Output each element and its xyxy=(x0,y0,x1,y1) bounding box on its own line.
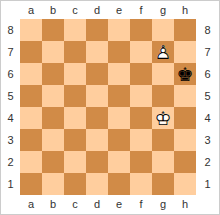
square-e5 xyxy=(108,85,130,107)
corner-top-right xyxy=(196,1,219,19)
chess-board: abcdefgh887♟♙76♚6554♚♔4332211abcdefgh xyxy=(1,1,219,214)
corner-bottom-right xyxy=(196,195,219,214)
square-f4 xyxy=(130,107,152,129)
square-d8 xyxy=(86,19,108,41)
square-b8 xyxy=(42,19,64,41)
file-label-top-c: c xyxy=(64,1,86,19)
file-label-bottom-c: c xyxy=(64,195,86,214)
square-d5 xyxy=(86,85,108,107)
file-label-top-a: a xyxy=(20,1,42,19)
file-label-top-h: h xyxy=(174,1,196,19)
white-pawn: ♟♙ xyxy=(152,41,174,63)
square-d1 xyxy=(86,173,108,195)
file-label-top-e: e xyxy=(108,1,130,19)
square-d4 xyxy=(86,107,108,129)
corner-bottom-left xyxy=(1,195,20,214)
square-f1 xyxy=(130,173,152,195)
square-g6 xyxy=(152,63,174,85)
square-g7: ♟♙ xyxy=(152,41,174,63)
square-d6 xyxy=(86,63,108,85)
file-label-bottom-b: b xyxy=(42,195,64,214)
square-e8 xyxy=(108,19,130,41)
rank-label-right-1: 1 xyxy=(196,173,219,195)
square-b6 xyxy=(42,63,64,85)
rank-label-left-4: 4 xyxy=(1,107,20,129)
white-king: ♚♔ xyxy=(152,107,174,129)
square-f7 xyxy=(130,41,152,63)
square-e6 xyxy=(108,63,130,85)
square-c3 xyxy=(64,129,86,151)
square-h3 xyxy=(174,129,196,151)
file-label-bottom-f: f xyxy=(130,195,152,214)
chess-diagram: abcdefgh887♟♙76♚6554♚♔4332211abcdefgh xyxy=(0,0,220,215)
square-d7 xyxy=(86,41,108,63)
rank-label-left-3: 3 xyxy=(1,129,20,151)
square-b2 xyxy=(42,151,64,173)
square-h6: ♚ xyxy=(174,63,196,85)
square-c8 xyxy=(64,19,86,41)
square-b3 xyxy=(42,129,64,151)
square-b1 xyxy=(42,173,64,195)
file-label-bottom-a: a xyxy=(20,195,42,214)
file-label-bottom-e: e xyxy=(108,195,130,214)
square-d3 xyxy=(86,129,108,151)
square-a8 xyxy=(20,19,42,41)
square-e1 xyxy=(108,173,130,195)
rank-label-right-2: 2 xyxy=(196,151,219,173)
square-g1 xyxy=(152,173,174,195)
square-a7 xyxy=(20,41,42,63)
rank-label-right-6: 6 xyxy=(196,63,219,85)
square-e3 xyxy=(108,129,130,151)
rank-label-left-8: 8 xyxy=(1,19,20,41)
rank-label-left-1: 1 xyxy=(1,173,20,195)
file-label-top-f: f xyxy=(130,1,152,19)
rank-label-left-2: 2 xyxy=(1,151,20,173)
square-a6 xyxy=(20,63,42,85)
square-c6 xyxy=(64,63,86,85)
square-f5 xyxy=(130,85,152,107)
square-c4 xyxy=(64,107,86,129)
rank-label-right-5: 5 xyxy=(196,85,219,107)
rank-label-left-6: 6 xyxy=(1,63,20,85)
square-g2 xyxy=(152,151,174,173)
square-a2 xyxy=(20,151,42,173)
square-c1 xyxy=(64,173,86,195)
square-h5 xyxy=(174,85,196,107)
square-c5 xyxy=(64,85,86,107)
square-a1 xyxy=(20,173,42,195)
square-h2 xyxy=(174,151,196,173)
square-a4 xyxy=(20,107,42,129)
file-label-top-d: d xyxy=(86,1,108,19)
square-h4 xyxy=(174,107,196,129)
square-a5 xyxy=(20,85,42,107)
rank-label-right-4: 4 xyxy=(196,107,219,129)
square-d2 xyxy=(86,151,108,173)
square-h8 xyxy=(174,19,196,41)
file-label-bottom-g: g xyxy=(152,195,174,214)
square-e2 xyxy=(108,151,130,173)
corner-top-left xyxy=(1,1,20,19)
square-f6 xyxy=(130,63,152,85)
square-b7 xyxy=(42,41,64,63)
file-label-bottom-h: h xyxy=(174,195,196,214)
rank-label-right-3: 3 xyxy=(196,129,219,151)
black-king: ♚ xyxy=(174,63,196,85)
square-h1 xyxy=(174,173,196,195)
square-c2 xyxy=(64,151,86,173)
square-c7 xyxy=(64,41,86,63)
square-f2 xyxy=(130,151,152,173)
rank-label-right-8: 8 xyxy=(196,19,219,41)
rank-label-left-7: 7 xyxy=(1,41,20,63)
rank-label-left-5: 5 xyxy=(1,85,20,107)
file-label-bottom-d: d xyxy=(86,195,108,214)
square-b5 xyxy=(42,85,64,107)
square-g5 xyxy=(152,85,174,107)
square-a3 xyxy=(20,129,42,151)
white-king-glyph: ♔ xyxy=(152,107,174,129)
square-g8 xyxy=(152,19,174,41)
square-f3 xyxy=(130,129,152,151)
square-e4 xyxy=(108,107,130,129)
square-f8 xyxy=(130,19,152,41)
file-label-top-g: g xyxy=(152,1,174,19)
square-g3 xyxy=(152,129,174,151)
file-label-top-b: b xyxy=(42,1,64,19)
square-e7 xyxy=(108,41,130,63)
square-g4: ♚♔ xyxy=(152,107,174,129)
white-pawn-glyph: ♙ xyxy=(152,41,174,63)
black-king-glyph: ♚ xyxy=(174,63,196,85)
rank-label-right-7: 7 xyxy=(196,41,219,63)
square-b4 xyxy=(42,107,64,129)
square-h7 xyxy=(174,41,196,63)
